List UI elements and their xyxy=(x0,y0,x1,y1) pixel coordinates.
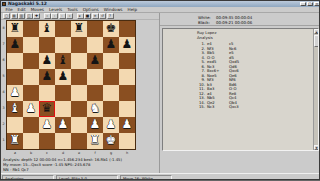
square-e1[interactable] xyxy=(71,133,87,149)
square-d1[interactable] xyxy=(55,133,71,149)
square-h3[interactable] xyxy=(119,101,135,117)
white-king-g1: ♚ xyxy=(103,133,119,149)
black-rook-e8: ♜ xyxy=(71,21,87,37)
black-clock: 00:09:21 00:00:06 xyxy=(216,20,252,25)
last-move-icon[interactable]: » xyxy=(66,13,73,19)
square-g1[interactable]: ♚ xyxy=(103,133,119,149)
square-g7[interactable]: ♟ xyxy=(103,37,119,53)
square-a6[interactable] xyxy=(7,53,23,69)
square-b6[interactable] xyxy=(23,53,39,69)
square-g4[interactable] xyxy=(103,85,119,101)
square-c4[interactable] xyxy=(39,85,55,101)
prev-move-icon[interactable]: ‹ xyxy=(51,13,58,19)
black-pawn-h7: ♟ xyxy=(119,37,135,53)
menu-item-options[interactable]: Options xyxy=(80,7,101,13)
square-e2[interactable] xyxy=(71,117,87,133)
square-c5[interactable]: ♟ xyxy=(39,69,55,85)
file-labels: abcdefgh xyxy=(7,151,135,155)
square-f2[interactable]: ♟ xyxy=(87,117,103,133)
white-pawn-f2: ♟ xyxy=(87,117,103,133)
scroll-thumb[interactable] xyxy=(314,35,319,47)
square-g2[interactable]: ♟ xyxy=(103,117,119,133)
black-bishop-c8: ♝ xyxy=(39,21,55,37)
square-c3[interactable]: ♛ xyxy=(39,101,55,117)
move-list-box[interactable]: Ruy Lopez Analysis 1.e4c52.Nf3Nc63.Bb5e5… xyxy=(162,28,319,151)
white-rook-a1: ♜ xyxy=(7,133,23,149)
square-d7[interactable] xyxy=(55,37,71,53)
square-b8[interactable] xyxy=(23,21,39,37)
square-a7[interactable]: ♟ xyxy=(7,37,23,53)
open-icon[interactable]: ▤ xyxy=(11,13,18,19)
black-clock-line: Black:00:09:21 00:00:06 xyxy=(198,20,320,25)
square-c7[interactable] xyxy=(39,37,55,53)
white-move: Nc3 xyxy=(207,105,229,110)
hint-icon[interactable]: ✳ xyxy=(92,13,99,19)
square-e8[interactable]: ♜ xyxy=(71,21,87,37)
black-pawn-f6: ♟ xyxy=(87,53,103,69)
square-h6[interactable] xyxy=(119,53,135,69)
black-bishop-d6: ♝ xyxy=(55,53,71,69)
white-pawn-c2: ♟ xyxy=(39,117,55,133)
square-f1[interactable]: ♜ xyxy=(87,133,103,149)
square-c6[interactable]: ♟ xyxy=(39,53,55,69)
square-h7[interactable]: ♟ xyxy=(119,37,135,53)
black-pawn-c6: ♟ xyxy=(39,53,55,69)
clock-box: White:00:09:35 00:00:04 Black:00:09:21 0… xyxy=(160,13,320,26)
white-pawn-d2: ♟ xyxy=(55,117,71,133)
play-icon[interactable]: ▸ xyxy=(77,13,84,19)
minimize-button[interactable]: _ xyxy=(300,2,306,7)
black-queen-c3: ♛ xyxy=(39,101,55,117)
white-rook-f1: ♜ xyxy=(87,133,103,149)
save-icon[interactable]: ▥ xyxy=(18,13,25,19)
square-c2[interactable]: ♟ xyxy=(39,117,55,133)
chess-board[interactable]: ♜♝♜♚♟♟♟♟♝♟♟♟♟♝♟♛♞♟♟♟♟♟♜♜♚ xyxy=(6,20,136,150)
app-window: Nagaskaki 5.12 _ □ × FileEditMovesLevels… xyxy=(0,0,320,180)
maximize-button[interactable]: □ xyxy=(307,2,313,7)
file-label-e: e xyxy=(71,151,87,155)
game-panel: White:00:09:35 00:00:04 Black:00:09:21 0… xyxy=(159,13,320,173)
file-label-h: h xyxy=(119,151,135,155)
black-king-g8: ♚ xyxy=(103,21,119,37)
app-icon xyxy=(2,2,6,6)
square-a2[interactable] xyxy=(7,117,23,133)
status-bar: AnalyzingLevel: Blitz 5 0Move 16: White xyxy=(1,173,320,180)
square-d2[interactable]: ♟ xyxy=(55,117,71,133)
engine-info: Analysis: depth 12 00:00:04 n=1.456.234 … xyxy=(3,157,157,172)
square-h5[interactable] xyxy=(119,69,135,85)
first-move-icon[interactable]: « xyxy=(44,13,51,19)
scroll-down-icon[interactable]: ▼ xyxy=(314,145,319,150)
file-label-d: d xyxy=(55,151,71,155)
menu-item-help[interactable]: Help xyxy=(125,7,140,13)
square-g6[interactable] xyxy=(103,53,119,69)
square-e7[interactable] xyxy=(71,37,87,53)
file-label-c: c xyxy=(39,151,55,155)
menu-item-windows[interactable]: Windows xyxy=(101,7,125,13)
black-label: Black: xyxy=(198,20,216,25)
white-pawn-b3: ♟ xyxy=(23,101,39,117)
scroll-up-icon[interactable]: ▲ xyxy=(314,29,319,34)
square-b2[interactable] xyxy=(23,117,39,133)
square-d6[interactable]: ♝ xyxy=(55,53,71,69)
square-h4[interactable] xyxy=(119,85,135,101)
square-a3[interactable]: ♝ xyxy=(7,101,23,117)
square-f6[interactable]: ♟ xyxy=(87,53,103,69)
next-move-icon[interactable]: › xyxy=(59,13,66,19)
square-f8[interactable] xyxy=(87,21,103,37)
black-rook-a8: ♜ xyxy=(7,21,23,37)
square-g8[interactable]: ♚ xyxy=(103,21,119,37)
status-cell-2: Level: Blitz 5 0 xyxy=(56,175,118,181)
stop-icon[interactable]: ■ xyxy=(84,13,91,19)
move-number: 15. xyxy=(197,105,207,110)
square-d5[interactable]: ♟ xyxy=(55,69,71,85)
square-b7[interactable] xyxy=(23,37,39,53)
square-d3[interactable] xyxy=(55,101,71,117)
status-cell-1: Analyzing xyxy=(2,175,54,181)
square-f5[interactable] xyxy=(87,69,103,85)
square-d4[interactable] xyxy=(55,85,71,101)
square-e3[interactable] xyxy=(71,101,87,117)
square-h1[interactable] xyxy=(119,133,135,149)
black-pawn-c5: ♟ xyxy=(39,69,55,85)
white-pawn-g2: ♟ xyxy=(103,117,119,133)
file-label-f: f xyxy=(87,151,103,155)
white-pawn-h2: ♟ xyxy=(119,117,135,133)
square-b5[interactable] xyxy=(23,69,39,85)
square-b4[interactable] xyxy=(23,85,39,101)
engine-info-line-3: NN - Rb1 Qc7 xyxy=(3,167,157,172)
square-c1[interactable] xyxy=(39,133,55,149)
square-a8[interactable]: ♜ xyxy=(7,21,23,37)
status-cell-3: Move 16: White xyxy=(120,175,172,181)
white-bishop-a3: ♝ xyxy=(7,101,23,117)
help-icon[interactable]: ? xyxy=(107,13,114,19)
close-button[interactable]: × xyxy=(314,2,320,7)
square-b3[interactable]: ♟ xyxy=(23,101,39,117)
file-label-a: a xyxy=(7,151,23,155)
game-mode: Analysis xyxy=(197,36,318,41)
menu-item-edit[interactable]: Edit xyxy=(15,7,28,13)
square-b1[interactable] xyxy=(23,133,39,149)
move-list: 1.e4c52.Nf3Nc63.Bb5e54.O-Od55.exd5Qxd56.… xyxy=(163,41,318,110)
board-panel: ▢▤▥◫✚«‹›»▸■✳↺? 87654321 ♜♝♜♚♟♟♟♟♝♟♟♟♟♝♟♛… xyxy=(1,13,159,173)
square-f4[interactable] xyxy=(87,85,103,101)
menu-item-levels[interactable]: Levels xyxy=(47,7,65,13)
square-f7[interactable] xyxy=(87,37,103,53)
move-row-15[interactable]: 15.Nc3Qxc3 xyxy=(197,105,318,110)
white-knight-f3: ♞ xyxy=(87,101,103,117)
square-c8[interactable]: ♝ xyxy=(39,21,55,37)
file-label-g: g xyxy=(103,151,119,155)
square-g3[interactable] xyxy=(103,101,119,117)
black-move: Qxc3 xyxy=(229,105,251,110)
menu-item-tools[interactable]: Tools xyxy=(65,7,80,13)
file-label-b: b xyxy=(23,151,39,155)
black-pawn-a7: ♟ xyxy=(7,37,23,53)
square-e6[interactable] xyxy=(71,53,87,69)
black-pawn-d5: ♟ xyxy=(55,69,71,85)
edit-icon[interactable]: ✚ xyxy=(33,13,40,19)
menu-item-moves[interactable]: Moves xyxy=(28,7,46,13)
square-e5[interactable] xyxy=(71,69,87,85)
square-e4[interactable] xyxy=(71,85,87,101)
square-d8[interactable] xyxy=(55,21,71,37)
black-pawn-g7: ♟ xyxy=(103,37,119,53)
move-list-scrollbar[interactable]: ▲ ▼ xyxy=(313,29,318,150)
square-h8[interactable] xyxy=(119,21,135,37)
white-pawn-a4: ♟ xyxy=(7,85,23,101)
flip-board-icon[interactable]: ↺ xyxy=(99,13,106,19)
toolbar: ▢▤▥◫✚«‹›»▸■✳↺? xyxy=(1,13,159,20)
square-a5[interactable] xyxy=(7,69,23,85)
menu-item-file[interactable]: File xyxy=(3,7,15,13)
new-game-icon[interactable]: ▢ xyxy=(3,13,10,19)
square-a4[interactable]: ♟ xyxy=(7,85,23,101)
square-a1[interactable]: ♜ xyxy=(7,133,23,149)
game-header: Ruy Lopez Analysis xyxy=(163,29,318,41)
square-f3[interactable]: ♞ xyxy=(87,101,103,117)
setup-board-icon[interactable]: ◫ xyxy=(26,13,33,19)
square-h2[interactable]: ♟ xyxy=(119,117,135,133)
square-g5[interactable] xyxy=(103,69,119,85)
